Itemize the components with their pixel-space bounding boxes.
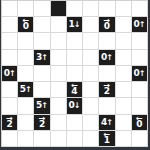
cell-r3c4[interactable] (67, 50, 83, 66)
cell-r6c5[interactable] (83, 98, 99, 114)
clue-1-l: ←1 (104, 132, 111, 145)
cell-r2c0[interactable] (2, 33, 18, 49)
cell-r7c4[interactable] (67, 115, 83, 131)
cell-r1c5[interactable] (83, 17, 99, 33)
cell-r3c7[interactable] (116, 50, 132, 66)
cell-r1c3[interactable] (51, 17, 67, 33)
cell-r8c2[interactable] (34, 131, 50, 147)
cell-r8c4[interactable] (67, 131, 83, 147)
arrow-up-icon: ↑ (41, 53, 48, 62)
cell-r8c1[interactable] (18, 131, 34, 147)
cell-r4c3[interactable] (51, 66, 67, 82)
cell-r5c4: ←4 (67, 82, 83, 98)
clue-0-l: ←0 (136, 116, 143, 129)
arrow-up-icon: ↑ (139, 20, 146, 29)
cell-r4c0: 0↑ (2, 66, 18, 82)
arrow-down-icon: ↓ (74, 20, 81, 29)
clue-0-u: 0↑ (4, 69, 16, 78)
cell-r6c4: 0↓ (67, 98, 83, 114)
clue-number: 2 (104, 87, 110, 96)
clue-number: 0 (104, 22, 110, 31)
clue-4-l: ←4 (71, 83, 78, 96)
clue-0-d: 0↓ (69, 101, 81, 110)
cell-r1c2[interactable] (34, 17, 50, 33)
cell-r5c0[interactable] (2, 82, 18, 98)
cell-r1c8: 0↑ (132, 17, 148, 33)
cell-r8c0[interactable] (2, 131, 18, 147)
clue-0-l: ←0 (22, 18, 29, 31)
clue-0-u: 0↑ (133, 20, 145, 29)
cell-r6c8[interactable] (132, 98, 148, 114)
cell-r7c5[interactable] (83, 115, 99, 131)
clue-5-u: 5↑ (36, 101, 48, 110)
cell-r7c1[interactable] (18, 115, 34, 131)
clue-5-u: 5↑ (20, 85, 32, 94)
cell-r6c1[interactable] (18, 98, 34, 114)
cell-r5c1: 5↑ (18, 82, 34, 98)
cell-r6c7[interactable] (116, 98, 132, 114)
yajilin-board: ←01↓→00↑3↑0↑0↑0↑5↑←4→25↑0↓→2→24↑←0←1 (1, 0, 148, 147)
arrow-up-icon: ↑ (25, 85, 32, 94)
cell-r2c7[interactable] (116, 33, 132, 49)
cell-r8c8[interactable] (132, 131, 148, 147)
arrow-up-icon: ↑ (139, 69, 146, 78)
cell-r7c2: →2 (34, 115, 50, 131)
cell-r5c6: →2 (99, 82, 115, 98)
cell-r4c5[interactable] (83, 66, 99, 82)
clue-2-r: →2 (104, 83, 111, 96)
clue-0-u: 0↑ (101, 53, 113, 62)
cell-r8c5[interactable] (83, 131, 99, 147)
cell-r2c6[interactable] (99, 33, 115, 49)
cell-r5c2[interactable] (34, 82, 50, 98)
cell-r3c8[interactable] (132, 50, 148, 66)
cell-r3c6: 0↑ (99, 50, 115, 66)
cell-r4c1[interactable] (18, 66, 34, 82)
cell-r6c6[interactable] (99, 98, 115, 114)
cell-r2c3[interactable] (51, 33, 67, 49)
clue-0-u: 0↑ (133, 69, 145, 78)
cell-r0c1[interactable] (18, 1, 34, 17)
cell-r5c7[interactable] (116, 82, 132, 98)
cell-r4c8: 0↑ (132, 66, 148, 82)
cell-r3c0[interactable] (2, 50, 18, 66)
clue-4-u: 4↑ (101, 118, 113, 127)
cell-r7c7[interactable] (116, 115, 132, 131)
cell-r1c7[interactable] (116, 17, 132, 33)
cell-r0c2[interactable] (34, 1, 50, 17)
blank-black-cell-r0c3 (51, 1, 67, 17)
cell-r7c6: 4↑ (99, 115, 115, 131)
cell-r0c7[interactable] (116, 1, 132, 17)
cell-r1c4: 1↓ (67, 17, 83, 33)
cell-r0c4[interactable] (67, 1, 83, 17)
clue-number: 4 (71, 87, 77, 96)
cell-r2c4[interactable] (67, 33, 83, 49)
arrow-up-icon: ↑ (9, 69, 16, 78)
clue-0-r: →0 (104, 18, 111, 31)
cell-r8c3[interactable] (51, 131, 67, 147)
cell-r2c2[interactable] (34, 33, 50, 49)
cell-r0c0[interactable] (2, 1, 18, 17)
cell-r1c6: →0 (99, 17, 115, 33)
cell-r0c6[interactable] (99, 1, 115, 17)
cell-r3c2: 3↑ (34, 50, 50, 66)
arrow-up-icon: ↑ (106, 118, 113, 127)
cell-r7c0: →2 (2, 115, 18, 131)
cell-r3c1[interactable] (18, 50, 34, 66)
cell-r7c8: ←0 (132, 115, 148, 131)
cell-r6c2: 5↑ (34, 98, 50, 114)
clue-number: 0 (136, 120, 142, 129)
clue-number: 2 (39, 120, 45, 129)
cell-r7c3[interactable] (51, 115, 67, 131)
cell-r8c7[interactable] (116, 131, 132, 147)
cell-r0c8[interactable] (132, 1, 148, 17)
cell-r3c3[interactable] (51, 50, 67, 66)
cell-r1c0[interactable] (2, 17, 18, 33)
clue-2-r: →2 (6, 116, 13, 129)
cell-r4c4[interactable] (67, 66, 83, 82)
cell-r6c0[interactable] (2, 98, 18, 114)
cell-r5c3[interactable] (51, 82, 67, 98)
cell-r5c5[interactable] (83, 82, 99, 98)
cell-r3c5[interactable] (83, 50, 99, 66)
arrow-up-icon: ↑ (41, 101, 48, 110)
cell-r1c1: ←0 (18, 17, 34, 33)
clue-2-r: →2 (39, 116, 46, 129)
cell-r4c2[interactable] (34, 66, 50, 82)
clue-3-u: 3↑ (36, 53, 48, 62)
arrow-down-icon: ↓ (74, 101, 81, 110)
clue-1-d: 1↓ (69, 20, 81, 29)
cell-r0c5[interactable] (83, 1, 99, 17)
cell-r8c6: ←1 (99, 131, 115, 147)
cell-r2c1[interactable] (18, 33, 34, 49)
cell-r2c5[interactable] (83, 33, 99, 49)
clue-number: 0 (23, 22, 29, 31)
cell-r6c3[interactable] (51, 98, 67, 114)
cell-r5c8[interactable] (132, 82, 148, 98)
clue-number: 1 (104, 136, 110, 145)
clue-number: 2 (6, 120, 12, 129)
cell-r4c7[interactable] (116, 66, 132, 82)
cell-r4c6[interactable] (99, 66, 115, 82)
cell-r2c8[interactable] (132, 33, 148, 49)
arrow-up-icon: ↑ (106, 53, 113, 62)
